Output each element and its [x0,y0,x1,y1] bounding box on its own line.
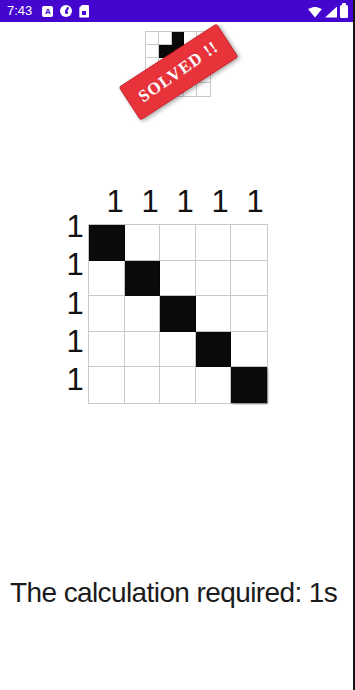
board-cell-empty[interactable] [125,367,161,403]
board-cell-empty[interactable] [231,332,267,368]
board-cell-empty[interactable] [89,367,125,403]
board-cell-empty[interactable] [231,261,267,297]
board-cell-empty[interactable] [231,225,267,261]
system-status-icons [308,5,348,18]
nonogram-grid [88,224,268,404]
column-clue: 1 [203,184,238,220]
board-cell-empty[interactable] [160,367,196,403]
notification-icons: A [42,5,89,18]
wifi-icon [308,7,322,18]
clock-notification-icon [60,5,72,17]
column-clue: 1 [133,184,168,220]
board-cell-filled[interactable] [125,261,161,297]
board-cell-empty[interactable] [231,296,267,332]
board-cell-empty[interactable] [160,261,196,297]
sim-card-notification-icon [79,5,89,18]
row-clue: 1 [62,327,88,365]
board-cell-empty[interactable] [196,296,232,332]
board-cell-empty[interactable] [89,261,125,297]
thumbnail-cell-filled [172,32,185,45]
thumbnail-cell-empty [159,32,172,45]
column-clue: 1 [168,184,203,220]
row-clues: 11111 [62,212,88,404]
column-clue: 1 [238,184,273,220]
column-clue: 1 [98,184,133,220]
board-cell-empty[interactable] [89,296,125,332]
app-screen: 7:43 A SOLVED !! 11111 11111 The calcula… [0,0,355,690]
status-time: 7:43 [7,0,32,22]
board-cell-empty[interactable] [196,261,232,297]
board-cell-empty[interactable] [89,332,125,368]
thumbnail-cell-empty [197,83,210,96]
status-bar: 7:43 A [0,0,355,22]
row-clue: 1 [62,289,88,327]
board-cell-empty[interactable] [160,225,196,261]
board-cell-empty[interactable] [196,367,232,403]
board-cell-filled[interactable] [160,296,196,332]
calculation-result-text: The calculation required: 1s [10,577,337,609]
row-clue: 1 [62,212,88,250]
board-cell-empty[interactable] [196,225,232,261]
column-clues: 11111 [98,184,273,220]
row-clue: 1 [62,365,88,403]
board-cell-filled[interactable] [89,225,125,261]
thumbnail-cell-empty [146,32,159,45]
board-cell-empty[interactable] [125,225,161,261]
board-cell-empty[interactable] [160,332,196,368]
thumbnail-cell-empty [146,45,159,58]
board-cell-filled[interactable] [196,332,232,368]
row-clue: 1 [62,250,88,288]
board-cell-empty[interactable] [125,332,161,368]
cell-signal-icon [325,7,337,18]
board-cell-empty[interactable] [125,296,161,332]
letter-a-notification-icon: A [42,6,53,17]
battery-icon [340,5,348,18]
board-cell-filled[interactable] [231,367,267,403]
